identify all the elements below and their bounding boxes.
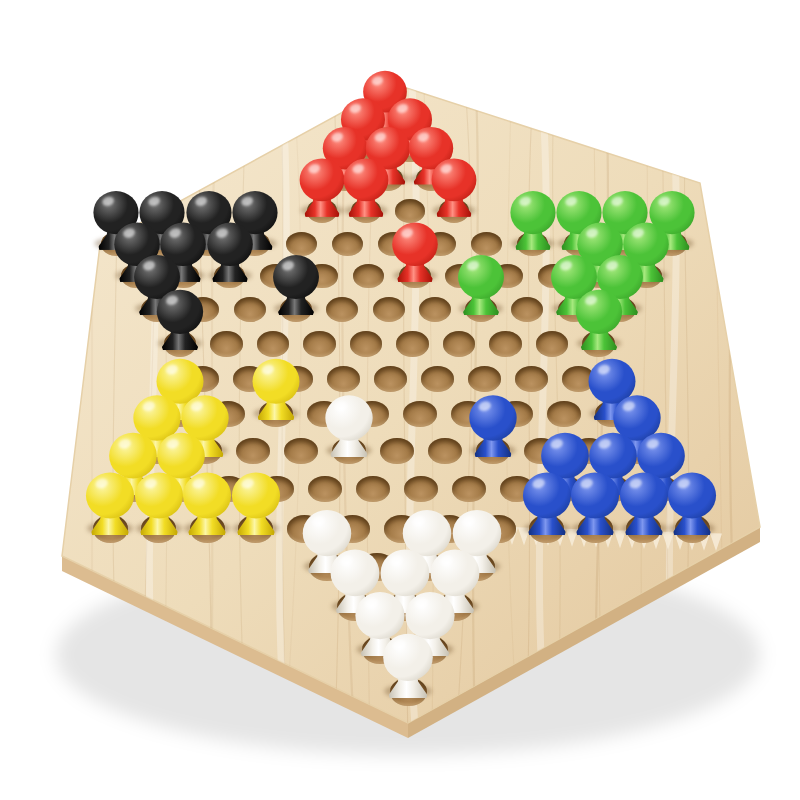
peg-ball bbox=[86, 472, 134, 518]
peg-ball bbox=[619, 472, 667, 518]
peg-ball bbox=[458, 255, 504, 299]
peg-yellow[interactable] bbox=[133, 472, 183, 535]
peg-white[interactable] bbox=[324, 395, 373, 457]
peg-black[interactable] bbox=[206, 223, 254, 282]
peg-ball bbox=[355, 592, 404, 639]
peg-ball bbox=[469, 395, 516, 440]
peg-yellow[interactable] bbox=[230, 472, 280, 535]
peg-ball bbox=[134, 472, 182, 518]
peg-ball bbox=[300, 158, 345, 201]
peg-ball bbox=[405, 592, 454, 639]
peg-black[interactable] bbox=[156, 290, 204, 350]
peg-red[interactable] bbox=[431, 158, 478, 216]
peg-blue[interactable] bbox=[570, 472, 620, 535]
peg-red[interactable] bbox=[343, 158, 390, 216]
peg-blue[interactable] bbox=[521, 472, 571, 535]
peg-ball bbox=[183, 472, 231, 518]
peg-ball bbox=[510, 191, 555, 234]
peg-ball bbox=[431, 550, 480, 597]
peg-ball bbox=[575, 290, 621, 334]
peg-ball bbox=[571, 472, 619, 518]
peg-ball bbox=[331, 550, 380, 597]
peg-green[interactable] bbox=[457, 255, 505, 315]
pegs-layer bbox=[0, 0, 800, 800]
peg-white[interactable] bbox=[382, 634, 434, 699]
peg-ball bbox=[383, 634, 433, 681]
peg-ball bbox=[522, 472, 570, 518]
peg-ball bbox=[381, 550, 430, 597]
peg-ball bbox=[252, 359, 299, 404]
peg-red[interactable] bbox=[391, 223, 439, 282]
peg-red[interactable] bbox=[299, 158, 346, 216]
peg-ball bbox=[432, 158, 477, 201]
peg-ball bbox=[668, 472, 716, 518]
peg-ball bbox=[273, 255, 319, 299]
photo-scene bbox=[0, 0, 800, 800]
peg-ball bbox=[157, 290, 203, 334]
peg-ball bbox=[231, 472, 279, 518]
peg-yellow[interactable] bbox=[182, 472, 232, 535]
peg-yellow[interactable] bbox=[251, 359, 300, 420]
peg-ball bbox=[344, 158, 389, 201]
peg-ball bbox=[325, 395, 372, 440]
peg-green[interactable] bbox=[574, 290, 622, 350]
peg-green[interactable] bbox=[509, 191, 556, 250]
peg-black[interactable] bbox=[272, 255, 320, 315]
peg-ball bbox=[207, 223, 253, 267]
peg-yellow[interactable] bbox=[85, 472, 135, 535]
peg-ball bbox=[392, 223, 438, 267]
peg-blue[interactable] bbox=[667, 472, 717, 535]
peg-blue[interactable] bbox=[468, 395, 517, 457]
peg-blue[interactable] bbox=[618, 472, 668, 535]
